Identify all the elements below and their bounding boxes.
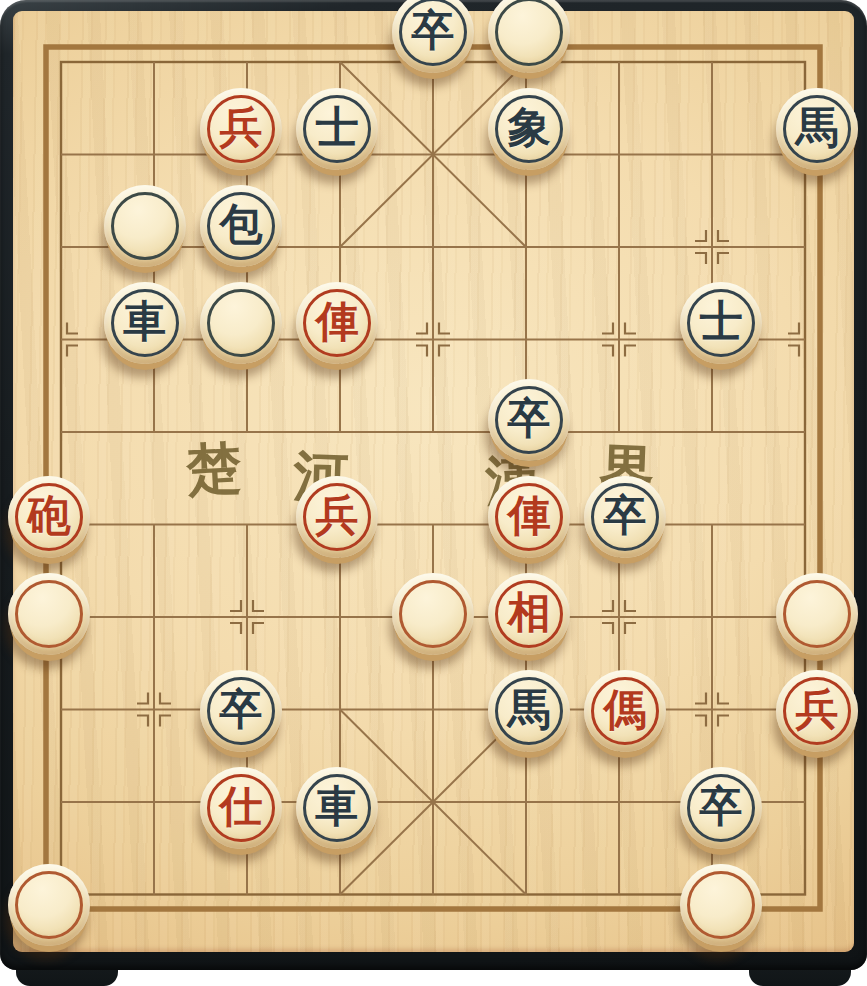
piece-character: 卒 [584, 476, 666, 558]
piece-black-soldier[interactable]: 卒 [584, 476, 666, 558]
piece-character: 車 [104, 282, 186, 364]
piece-character: 象 [488, 88, 570, 170]
piece-character: 包 [200, 185, 282, 267]
piece-character: 車 [296, 767, 378, 849]
piece-character: 士 [296, 88, 378, 170]
piece-red-elephant[interactable]: 相 [488, 573, 570, 655]
piece-black-soldier[interactable]: 卒 [680, 767, 762, 849]
piece-red-soldier[interactable]: 兵 [776, 670, 858, 752]
river-label-chu: 楚 [185, 440, 243, 498]
piece-character: 俥 [296, 282, 378, 364]
piece-character: 仕 [200, 767, 282, 849]
piece-red-soldier[interactable]: 兵 [296, 476, 378, 558]
piece-red-chariot[interactable]: 俥 [296, 282, 378, 364]
piece-black-chariot[interactable]: 車 [104, 282, 186, 364]
piece-red-cannon[interactable]: 砲 [8, 476, 90, 558]
piece-black-horse[interactable]: 馬 [776, 88, 858, 170]
piece-black-hidden[interactable] [200, 282, 282, 364]
piece-character: 兵 [200, 88, 282, 170]
piece-red-hidden[interactable] [680, 864, 762, 946]
piece-character: 傌 [584, 670, 666, 752]
piece-character: 馬 [488, 670, 570, 752]
piece-character: 卒 [680, 767, 762, 849]
piece-red-hidden[interactable] [8, 864, 90, 946]
piece-character: 兵 [776, 670, 858, 752]
xiangqi-app-screen: { "game": { "name": "Xiangqi (Chinese Ch… [0, 0, 867, 986]
piece-black-chariot[interactable]: 車 [296, 767, 378, 849]
piece-character: 卒 [200, 670, 282, 752]
piece-red-hidden[interactable] [8, 573, 90, 655]
piece-black-soldier[interactable]: 卒 [200, 670, 282, 752]
piece-black-horse[interactable]: 馬 [488, 670, 570, 752]
piece-black-cannon[interactable]: 包 [200, 185, 282, 267]
piece-character: 卒 [488, 379, 570, 461]
piece-character: 士 [680, 282, 762, 364]
piece-black-elephant[interactable]: 象 [488, 88, 570, 170]
piece-black-advisor[interactable]: 士 [680, 282, 762, 364]
piece-black-soldier[interactable]: 卒 [488, 379, 570, 461]
piece-black-soldier[interactable]: 卒 [392, 0, 474, 73]
piece-character: 俥 [488, 476, 570, 558]
piece-red-soldier[interactable]: 兵 [200, 88, 282, 170]
piece-red-hidden[interactable] [392, 573, 474, 655]
piece-black-advisor[interactable]: 士 [296, 88, 378, 170]
piece-character: 卒 [392, 0, 474, 73]
piece-black-hidden[interactable] [104, 185, 186, 267]
piece-character: 馬 [776, 88, 858, 170]
piece-character: 砲 [8, 476, 90, 558]
piece-red-chariot[interactable]: 俥 [488, 476, 570, 558]
piece-red-hidden[interactable] [776, 573, 858, 655]
piece-red-advisor[interactable]: 仕 [200, 767, 282, 849]
piece-character: 兵 [296, 476, 378, 558]
piece-character: 相 [488, 573, 570, 655]
piece-red-horse[interactable]: 傌 [584, 670, 666, 752]
